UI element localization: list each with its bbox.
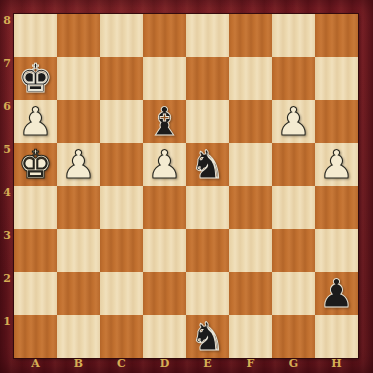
square-h3[interactable]	[315, 229, 358, 272]
square-e2[interactable]	[186, 272, 229, 315]
piece-white-king[interactable]: ♚	[18, 143, 53, 186]
square-h5[interactable]: ♟	[315, 143, 358, 186]
square-a6[interactable]: ♟	[14, 100, 57, 143]
file-label-b: B	[57, 357, 100, 373]
square-c8[interactable]	[100, 14, 143, 57]
square-e4[interactable]	[186, 186, 229, 229]
piece-white-pawn[interactable]: ♟	[61, 143, 96, 186]
file-label-d: D	[143, 357, 186, 373]
rank-label-7: 7	[0, 57, 14, 100]
square-f4[interactable]	[229, 186, 272, 229]
piece-black-bishop[interactable]: ♝	[147, 100, 182, 143]
square-f1[interactable]	[229, 315, 272, 358]
square-a4[interactable]	[14, 186, 57, 229]
square-a3[interactable]	[14, 229, 57, 272]
square-e3[interactable]	[186, 229, 229, 272]
square-g8[interactable]	[272, 14, 315, 57]
piece-white-pawn[interactable]: ♟	[276, 100, 311, 143]
square-f2[interactable]	[229, 272, 272, 315]
square-b1[interactable]	[57, 315, 100, 358]
square-h6[interactable]	[315, 100, 358, 143]
square-g5[interactable]	[272, 143, 315, 186]
square-h8[interactable]	[315, 14, 358, 57]
square-b6[interactable]	[57, 100, 100, 143]
square-c5[interactable]	[100, 143, 143, 186]
square-a7[interactable]: ♚	[14, 57, 57, 100]
square-e1[interactable]: ♞	[186, 315, 229, 358]
rank-label-8: 8	[0, 14, 14, 57]
square-e8[interactable]	[186, 14, 229, 57]
square-e7[interactable]	[186, 57, 229, 100]
rank-label-3: 3	[0, 229, 14, 272]
file-label-c: C	[100, 357, 143, 373]
piece-white-pawn[interactable]: ♟	[147, 143, 182, 186]
square-e5[interactable]: ♞	[186, 143, 229, 186]
square-a2[interactable]	[14, 272, 57, 315]
square-c6[interactable]	[100, 100, 143, 143]
square-d4[interactable]	[143, 186, 186, 229]
square-e6[interactable]	[186, 100, 229, 143]
square-c4[interactable]	[100, 186, 143, 229]
rank-label-4: 4	[0, 186, 14, 229]
square-g6[interactable]: ♟	[272, 100, 315, 143]
square-h2[interactable]: ♟	[315, 272, 358, 315]
file-label-h: H	[315, 357, 358, 373]
square-g7[interactable]	[272, 57, 315, 100]
rank-label-5: 5	[0, 143, 14, 186]
piece-black-king[interactable]: ♚	[18, 57, 53, 100]
square-b2[interactable]	[57, 272, 100, 315]
piece-white-pawn[interactable]: ♟	[319, 143, 354, 186]
square-f3[interactable]	[229, 229, 272, 272]
file-label-a: A	[14, 357, 57, 373]
square-d3[interactable]	[143, 229, 186, 272]
file-label-f: F	[229, 357, 272, 373]
square-d6[interactable]: ♝	[143, 100, 186, 143]
square-a5[interactable]: ♚	[14, 143, 57, 186]
square-c7[interactable]	[100, 57, 143, 100]
piece-white-pawn[interactable]: ♟	[18, 100, 53, 143]
rank-label-6: 6	[0, 100, 14, 143]
square-d8[interactable]	[143, 14, 186, 57]
square-b7[interactable]	[57, 57, 100, 100]
square-a8[interactable]	[14, 14, 57, 57]
square-d7[interactable]	[143, 57, 186, 100]
square-g2[interactable]	[272, 272, 315, 315]
square-g1[interactable]	[272, 315, 315, 358]
square-g3[interactable]	[272, 229, 315, 272]
square-b4[interactable]	[57, 186, 100, 229]
board-frame: ♚♟♝♟♚♟♟♞♟♟♞ 87654321ABCDEFGH	[0, 0, 373, 373]
square-c3[interactable]	[100, 229, 143, 272]
square-b3[interactable]	[57, 229, 100, 272]
rank-label-1: 1	[0, 315, 14, 358]
square-a1[interactable]	[14, 315, 57, 358]
file-label-e: E	[186, 357, 229, 373]
square-h1[interactable]	[315, 315, 358, 358]
square-d1[interactable]	[143, 315, 186, 358]
square-d2[interactable]	[143, 272, 186, 315]
chess-board: ♚♟♝♟♚♟♟♞♟♟♞	[14, 14, 358, 358]
square-f6[interactable]	[229, 100, 272, 143]
square-d5[interactable]: ♟	[143, 143, 186, 186]
piece-black-pawn[interactable]: ♟	[319, 272, 354, 315]
square-c2[interactable]	[100, 272, 143, 315]
square-f5[interactable]	[229, 143, 272, 186]
rank-label-2: 2	[0, 272, 14, 315]
square-f8[interactable]	[229, 14, 272, 57]
square-h7[interactable]	[315, 57, 358, 100]
piece-black-knight[interactable]: ♞	[190, 143, 225, 186]
square-f7[interactable]	[229, 57, 272, 100]
file-label-g: G	[272, 357, 315, 373]
square-c1[interactable]	[100, 315, 143, 358]
square-b5[interactable]: ♟	[57, 143, 100, 186]
piece-black-knight[interactable]: ♞	[190, 315, 225, 358]
square-g4[interactable]	[272, 186, 315, 229]
square-h4[interactable]	[315, 186, 358, 229]
square-b8[interactable]	[57, 14, 100, 57]
